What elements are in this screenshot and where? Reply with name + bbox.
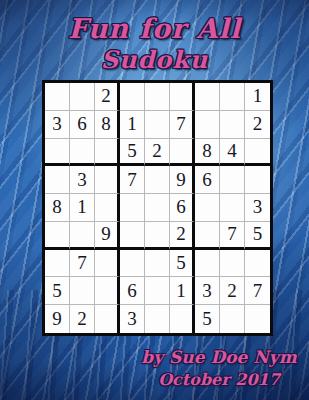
cell-r3c7: 8: [195, 139, 220, 167]
cell-r1c6: [170, 83, 195, 111]
cell-r3c5: 2: [145, 139, 170, 167]
cell-r1c3: 2: [95, 83, 120, 111]
cell-r8c9: 7: [245, 277, 270, 305]
cell-r3c3: [95, 139, 120, 167]
cell-r6c1: [45, 222, 70, 250]
cell-r4c6: 9: [170, 166, 195, 194]
cell-r9c5: [145, 305, 170, 333]
cell-r1c9: 1: [245, 83, 270, 111]
cell-r2c8: [220, 111, 245, 139]
cell-r2c3: 8: [95, 111, 120, 139]
cell-r2c2: 6: [70, 111, 95, 139]
cell-r1c2: [70, 83, 95, 111]
cell-r4c4: 7: [120, 166, 145, 194]
cell-r1c7: [195, 83, 220, 111]
cover-title: Fun for All Sudoku: [0, 12, 309, 74]
cell-r8c7: 3: [195, 277, 220, 305]
cell-r5c3: [95, 194, 120, 222]
cell-r8c4: 6: [120, 277, 145, 305]
cell-r9c1: 9: [45, 305, 70, 333]
cell-r1c8: [220, 83, 245, 111]
cell-r6c4: [120, 222, 145, 250]
cell-r7c5: [145, 250, 170, 278]
cell-r7c3: [95, 250, 120, 278]
cell-r3c8: 4: [220, 139, 245, 167]
cell-r8c6: 1: [170, 277, 195, 305]
cell-r3c2: [70, 139, 95, 167]
cell-r7c7: [195, 250, 220, 278]
cell-r6c9: 5: [245, 222, 270, 250]
cell-r4c8: [220, 166, 245, 194]
title-line-1: Fun for All: [0, 12, 309, 46]
cell-r3c9: [245, 139, 270, 167]
cell-r2c6: 7: [170, 111, 195, 139]
cell-r8c3: [95, 277, 120, 305]
cell-r9c7: 5: [195, 305, 220, 333]
cell-r6c8: 7: [220, 222, 245, 250]
cell-r1c5: [145, 83, 170, 111]
cell-r7c1: [45, 250, 70, 278]
cell-r4c7: 6: [195, 166, 220, 194]
cell-r3c4: 5: [120, 139, 145, 167]
title-line-2: Sudoku: [0, 46, 309, 74]
author-byline: by Sue Doe Nym: [134, 346, 304, 369]
cell-r4c2: 3: [70, 166, 95, 194]
cell-r5c4: [120, 194, 145, 222]
cell-r2c4: 1: [120, 111, 145, 139]
cell-r6c7: [195, 222, 220, 250]
cell-r9c8: [220, 305, 245, 333]
cell-r3c1: [45, 139, 70, 167]
cell-r6c3: 9: [95, 222, 120, 250]
cell-r2c7: [195, 111, 220, 139]
cell-r5c9: 3: [245, 194, 270, 222]
cell-r8c1: 5: [45, 277, 70, 305]
cell-r6c6: 2: [170, 222, 195, 250]
cell-r5c7: [195, 194, 220, 222]
cell-r4c3: [95, 166, 120, 194]
cell-r2c9: 2: [245, 111, 270, 139]
cell-r9c3: [95, 305, 120, 333]
cell-r2c1: 3: [45, 111, 70, 139]
cell-r5c6: 6: [170, 194, 195, 222]
cell-r5c2: 1: [70, 194, 95, 222]
cell-r6c2: [70, 222, 95, 250]
cell-r1c1: [45, 83, 70, 111]
cell-r4c1: [45, 166, 70, 194]
cell-r9c4: 3: [120, 305, 145, 333]
cover-byline: by Sue Doe Nym October 2017: [134, 346, 304, 391]
sudoku-grid: 213681725284379681639275755613279235: [42, 80, 273, 336]
cell-r9c6: [170, 305, 195, 333]
cell-r8c2: [70, 277, 95, 305]
book-cover: Fun for All Sudoku 213681725284379681639…: [0, 0, 309, 400]
cell-r8c8: 2: [220, 277, 245, 305]
cell-r6c5: [145, 222, 170, 250]
cell-r8c5: [145, 277, 170, 305]
cell-r7c2: 7: [70, 250, 95, 278]
cell-r7c8: [220, 250, 245, 278]
cell-r5c5: [145, 194, 170, 222]
cell-r7c4: [120, 250, 145, 278]
cell-r9c2: 2: [70, 305, 95, 333]
cell-r5c8: [220, 194, 245, 222]
cell-r2c5: [145, 111, 170, 139]
cell-r7c6: 5: [170, 250, 195, 278]
cell-r1c4: [120, 83, 145, 111]
cell-r4c5: [145, 166, 170, 194]
cell-r5c1: 8: [45, 194, 70, 222]
cell-r7c9: [245, 250, 270, 278]
cell-r9c9: [245, 305, 270, 333]
cell-r4c9: [245, 166, 270, 194]
cell-r3c6: [170, 139, 195, 167]
publication-date: October 2017: [134, 369, 304, 391]
